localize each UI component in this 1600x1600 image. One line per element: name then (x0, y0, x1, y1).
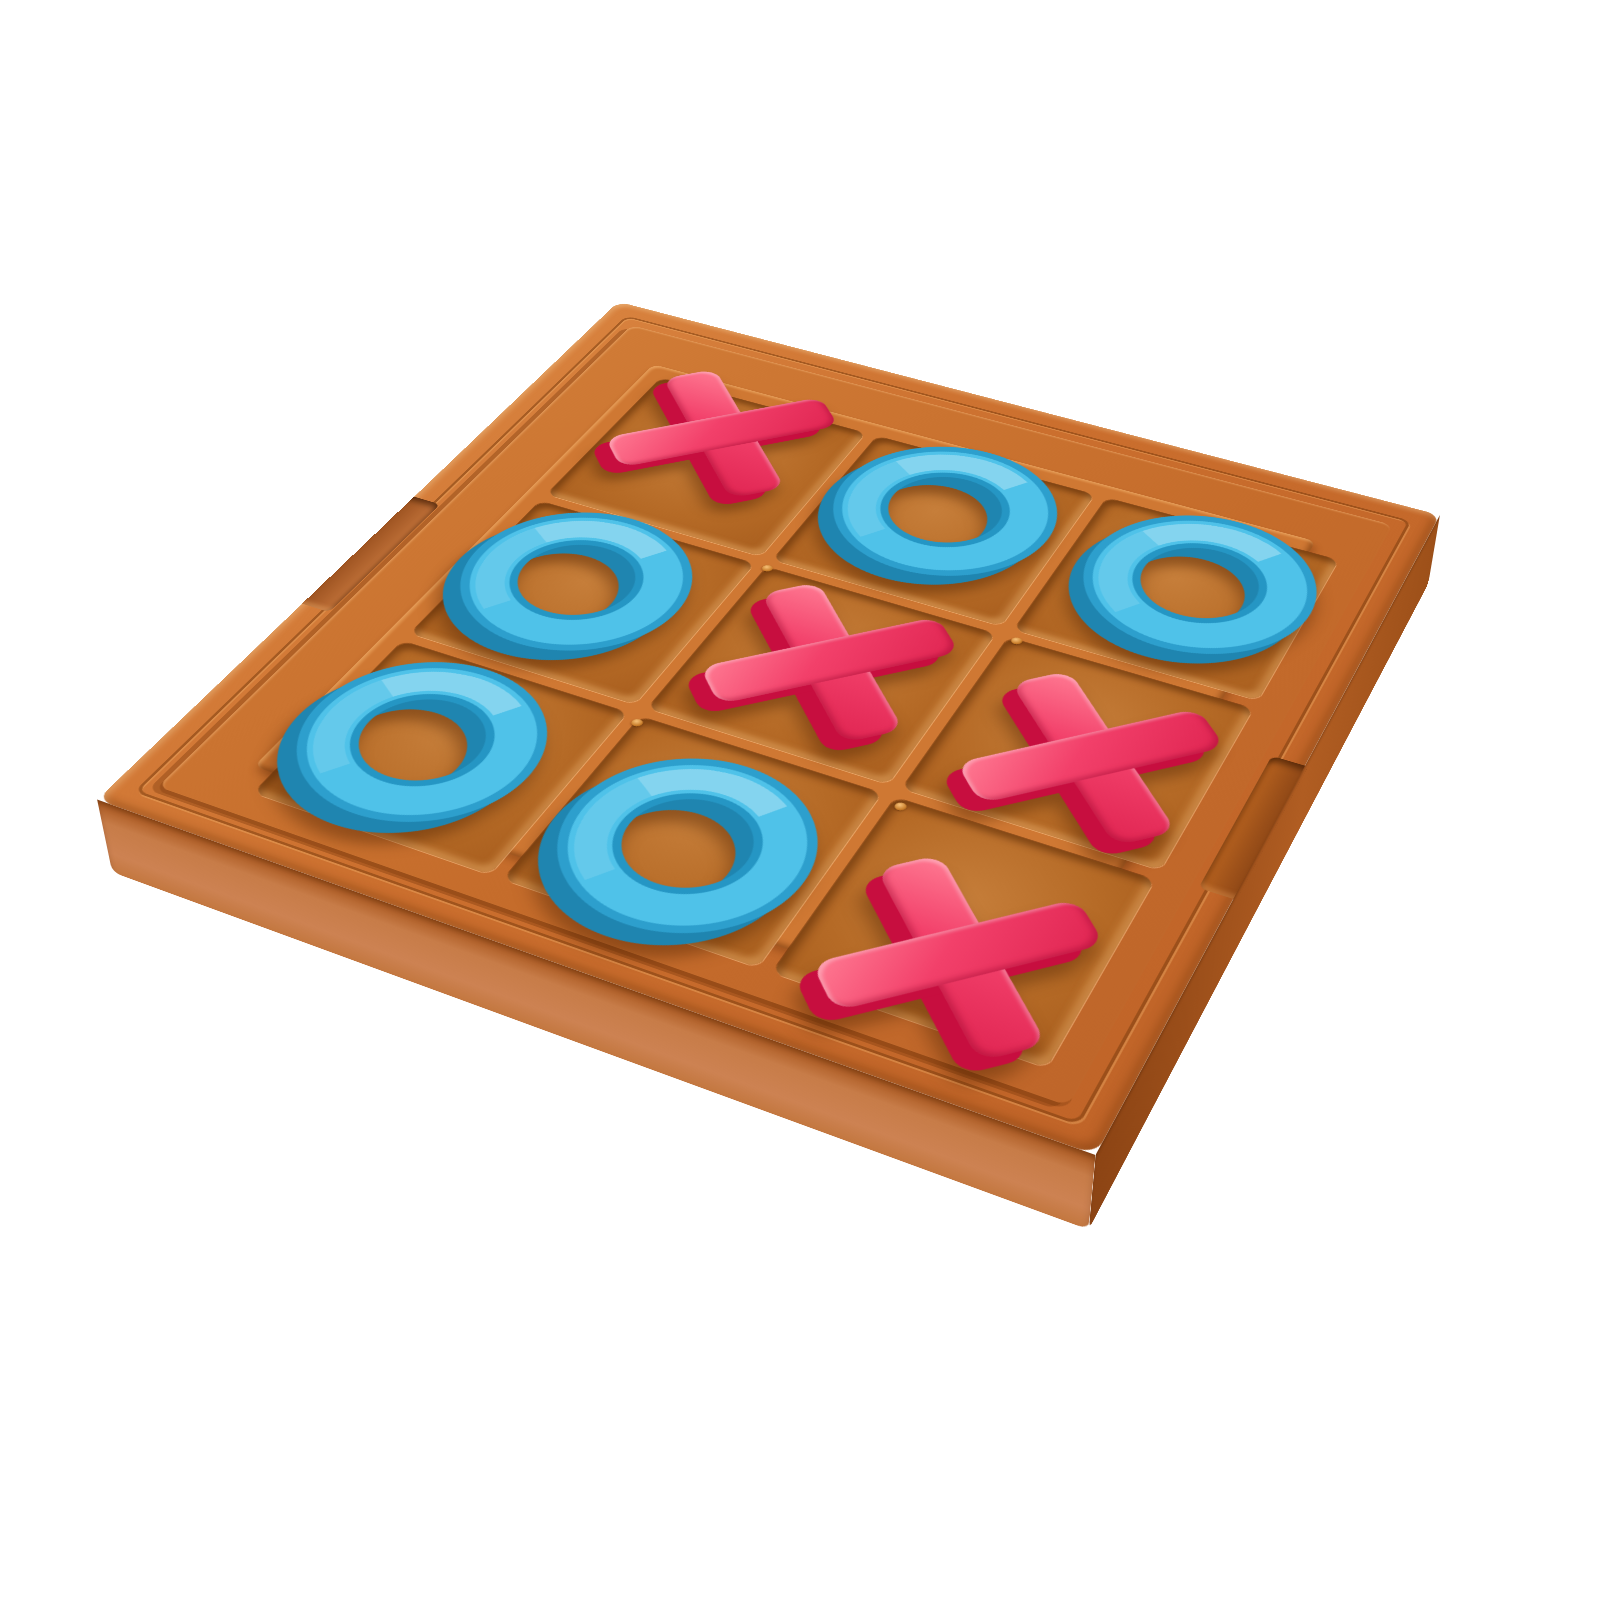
piece-side-face (896, 654, 1250, 890)
cell-r2c3 (902, 637, 1253, 870)
cell-r3c3 (772, 798, 1155, 1068)
piece-top-face (246, 637, 593, 852)
o-piece (246, 637, 593, 852)
grid-pin-icon (893, 801, 909, 811)
piece-top-face (1047, 493, 1347, 679)
product-photo-canvas (0, 0, 1600, 1600)
piece-side-face (488, 741, 844, 978)
ring-highlight (277, 656, 561, 828)
piece-top-face (912, 644, 1264, 878)
tray-top (97, 302, 1440, 1155)
piece-side-face (226, 646, 575, 863)
o-piece (1047, 493, 1347, 679)
o-piece (508, 731, 862, 966)
cell-r3c1 (254, 641, 628, 875)
cell-r3c2 (503, 717, 882, 968)
piece-top-face (508, 731, 862, 966)
ring-highlight (542, 752, 828, 940)
x-piece (912, 644, 1264, 878)
tictactoe-board (97, 302, 1440, 1155)
grid-pin-icon (629, 718, 644, 728)
